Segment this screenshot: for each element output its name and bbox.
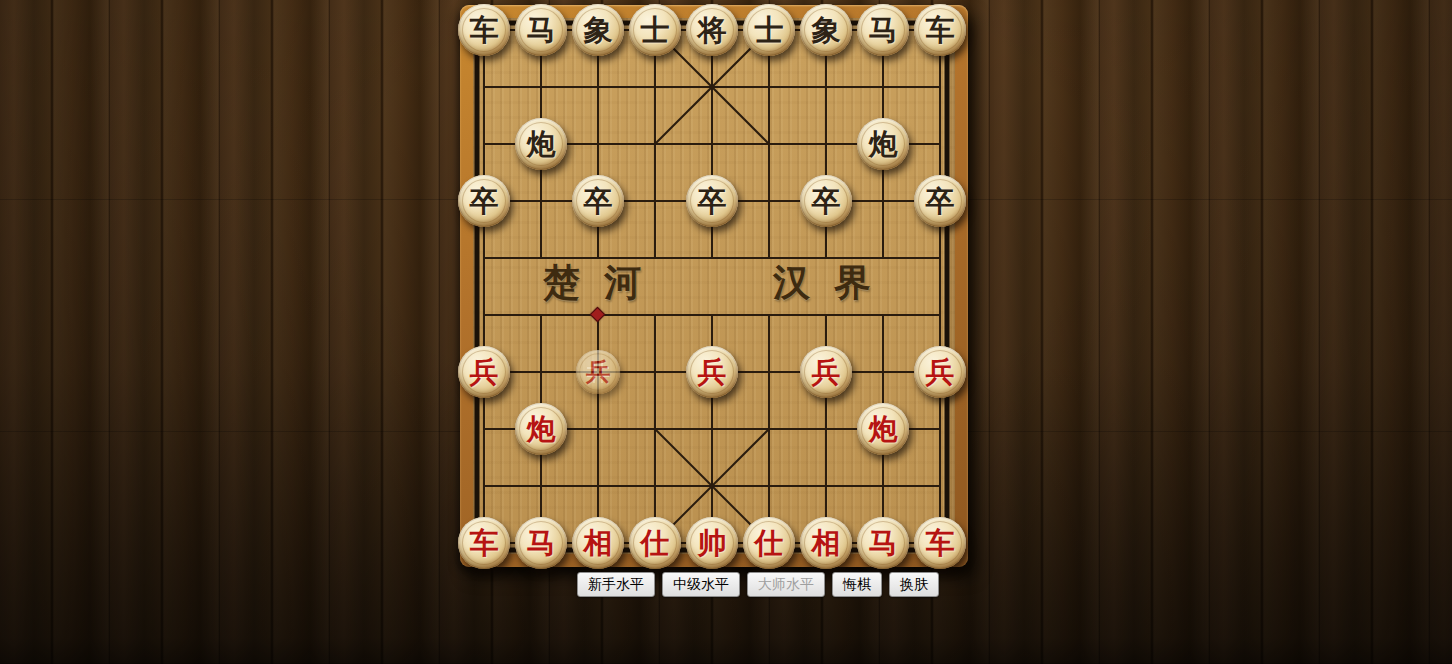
piece-red-chariot[interactable]: 车 [458,517,510,569]
piece-red-advisor[interactable]: 仕 [743,517,795,569]
piece-black-chariot[interactable]: 车 [458,4,510,56]
piece-red-horse[interactable]: 马 [515,517,567,569]
piece-red-chariot[interactable]: 车 [914,517,966,569]
piece-black-elephant[interactable]: 象 [800,4,852,56]
master-level-button[interactable]: 大师水平 [747,572,825,597]
piece-black-elephant[interactable]: 象 [572,4,624,56]
piece-black-soldier[interactable]: 卒 [800,175,852,227]
piece-black-horse[interactable]: 马 [515,4,567,56]
piece-red-elephant[interactable]: 相 [800,517,852,569]
piece-black-soldier[interactable]: 卒 [686,175,738,227]
piece-red-cannon[interactable]: 炮 [857,403,909,455]
piece-black-soldier[interactable]: 卒 [572,175,624,227]
piece-red-cannon[interactable]: 炮 [515,403,567,455]
piece-red-horse[interactable]: 马 [857,517,909,569]
piece-red-soldier[interactable]: 兵 [458,346,510,398]
piece-black-chariot[interactable]: 车 [914,4,966,56]
piece-red-elephant[interactable]: 相 [572,517,624,569]
river-label-chu: 楚河 [543,258,665,308]
river-label-han: 汉界 [773,258,895,308]
change-skin-button[interactable]: 换肤 [889,572,939,597]
piece-red-general[interactable]: 帅 [686,517,738,569]
piece-black-soldier[interactable]: 卒 [458,175,510,227]
piece-red-soldier[interactable]: 兵 [686,346,738,398]
piece-black-advisor[interactable]: 士 [629,4,681,56]
piece-red-soldier[interactable]: 兵 [576,350,620,394]
controls-bar: 新手水平 中级水平 大师水平 悔棋 换肤 [577,572,939,597]
intermediate-level-button[interactable]: 中级水平 [662,572,740,597]
piece-black-general[interactable]: 将 [686,4,738,56]
piece-black-cannon[interactable]: 炮 [515,118,567,170]
piece-black-cannon[interactable]: 炮 [857,118,909,170]
piece-black-advisor[interactable]: 士 [743,4,795,56]
undo-move-button[interactable]: 悔棋 [832,572,882,597]
piece-black-soldier[interactable]: 卒 [914,175,966,227]
piece-red-advisor[interactable]: 仕 [629,517,681,569]
piece-red-soldier[interactable]: 兵 [914,346,966,398]
novice-level-button[interactable]: 新手水平 [577,572,655,597]
piece-black-horse[interactable]: 马 [857,4,909,56]
xiangqi-board[interactable]: 楚河 汉界 车马象士将士象马车炮炮卒卒卒卒卒兵兵兵兵兵炮炮车马相仕帅仕相马车 [460,5,968,567]
piece-red-soldier[interactable]: 兵 [800,346,852,398]
